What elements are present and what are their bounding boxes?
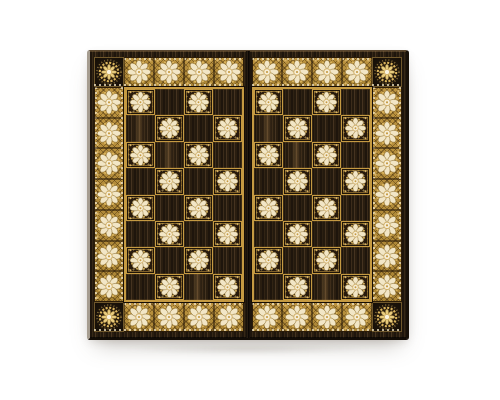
square-a2 xyxy=(126,247,155,273)
board-left-half xyxy=(90,51,246,338)
square-g2 xyxy=(312,247,341,273)
rosette-icon xyxy=(184,302,214,332)
square-g5 xyxy=(312,168,341,194)
board-right-half xyxy=(250,51,406,338)
square-d7 xyxy=(213,115,242,141)
rosette-icon xyxy=(126,89,155,115)
rosette-icon xyxy=(155,115,184,141)
square-f2 xyxy=(283,247,312,273)
square-h3 xyxy=(341,221,370,247)
border-rosette-cell xyxy=(342,57,372,87)
rosette-icon xyxy=(124,57,154,87)
rosette-icon xyxy=(184,142,213,168)
border-rosette-cell xyxy=(372,118,402,149)
rosette-icon xyxy=(252,57,282,87)
border-rosette-cell xyxy=(312,57,342,87)
border-rosette-cell xyxy=(94,118,124,149)
corner-medallion xyxy=(94,302,124,332)
rosette-icon xyxy=(252,302,282,332)
rosette-icon xyxy=(213,168,242,194)
rosette-icon xyxy=(94,148,124,179)
square-a8 xyxy=(126,89,155,115)
square-d3 xyxy=(213,221,242,247)
border-rosette-cell xyxy=(312,302,342,332)
sunburst-medallion-icon xyxy=(372,57,402,87)
border-rosette-cell xyxy=(94,271,124,302)
rosette-icon xyxy=(372,210,402,241)
square-f5 xyxy=(283,168,312,194)
rosette-icon xyxy=(213,274,242,300)
rosette-icon xyxy=(124,302,154,332)
square-d1 xyxy=(213,274,242,300)
rosette-icon xyxy=(126,142,155,168)
square-h5 xyxy=(341,168,370,194)
square-b2 xyxy=(155,247,184,273)
square-g3 xyxy=(312,221,341,247)
ornament-border-bside xyxy=(94,87,124,302)
border-rosette-cell xyxy=(94,210,124,241)
square-h4 xyxy=(341,195,370,221)
square-a4 xyxy=(126,195,155,221)
rosette-icon xyxy=(282,302,312,332)
border-rosette-cell xyxy=(252,302,282,332)
rosette-icon xyxy=(94,241,124,272)
border-rosette-cell xyxy=(282,302,312,332)
chessboard-quadrant-frame xyxy=(252,87,372,302)
square-c8 xyxy=(184,89,213,115)
square-h7 xyxy=(341,115,370,141)
rosette-icon xyxy=(254,89,283,115)
square-b4 xyxy=(155,195,184,221)
rosette-icon xyxy=(342,57,372,87)
corner-medallion xyxy=(372,302,402,332)
square-c5 xyxy=(184,168,213,194)
square-e8 xyxy=(254,89,283,115)
ornament-border-bbottom xyxy=(94,302,244,332)
rosette-icon xyxy=(312,89,341,115)
rosette-icon xyxy=(254,247,283,273)
corner-medallion xyxy=(94,57,124,87)
border-rosette-cell xyxy=(372,179,402,210)
square-e3 xyxy=(254,221,283,247)
square-f6 xyxy=(283,142,312,168)
square-g1 xyxy=(312,274,341,300)
border-rosette-cell xyxy=(372,210,402,241)
square-e1 xyxy=(254,274,283,300)
border-rosette-cell xyxy=(372,241,402,272)
square-c6 xyxy=(184,142,213,168)
rosette-icon xyxy=(312,142,341,168)
rosette-icon xyxy=(341,115,370,141)
border-rosette-cell xyxy=(372,87,402,118)
square-f1 xyxy=(283,274,312,300)
border-rosette-cell xyxy=(282,57,312,87)
square-h8 xyxy=(341,89,370,115)
sunburst-medallion-icon xyxy=(372,302,402,332)
sunburst-medallion-icon xyxy=(94,302,124,332)
square-a1 xyxy=(126,274,155,300)
square-d5 xyxy=(213,168,242,194)
rosette-icon xyxy=(283,168,312,194)
ornament-border-bside xyxy=(372,87,402,302)
rosette-icon xyxy=(283,274,312,300)
rosette-icon xyxy=(312,247,341,273)
rosette-icon xyxy=(94,179,124,210)
border-rosette-cell xyxy=(184,302,214,332)
rosette-icon xyxy=(155,168,184,194)
rosette-icon xyxy=(184,247,213,273)
border-rosette-cell xyxy=(94,148,124,179)
square-b1 xyxy=(155,274,184,300)
border-rosette-cell xyxy=(372,271,402,302)
square-e5 xyxy=(254,168,283,194)
border-rosette-cell xyxy=(154,302,184,332)
square-e2 xyxy=(254,247,283,273)
rosette-icon xyxy=(341,274,370,300)
border-rosette-cell xyxy=(94,179,124,210)
square-c2 xyxy=(184,247,213,273)
product-photo-scene xyxy=(0,0,500,400)
square-b8 xyxy=(155,89,184,115)
square-d8 xyxy=(213,89,242,115)
rosette-icon xyxy=(126,195,155,221)
rosette-icon xyxy=(254,142,283,168)
rosette-icon xyxy=(372,179,402,210)
border-rosette-cell xyxy=(342,302,372,332)
rosette-icon xyxy=(154,302,184,332)
square-g8 xyxy=(312,89,341,115)
rosette-icon xyxy=(341,168,370,194)
rosette-icon xyxy=(283,221,312,247)
border-rosette-cell xyxy=(124,302,154,332)
chessboard-grid-right xyxy=(254,89,370,300)
rosette-icon xyxy=(184,89,213,115)
chessboard-grid-left xyxy=(126,89,242,300)
rosette-icon xyxy=(283,115,312,141)
square-c3 xyxy=(184,221,213,247)
square-c1 xyxy=(184,274,213,300)
square-b5 xyxy=(155,168,184,194)
square-b6 xyxy=(155,142,184,168)
rosette-icon xyxy=(126,247,155,273)
rosette-icon xyxy=(154,57,184,87)
ornament-border-btop xyxy=(252,57,402,87)
rosette-icon xyxy=(372,87,402,118)
border-rosette-cell xyxy=(214,57,244,87)
square-a7 xyxy=(126,115,155,141)
rosette-icon xyxy=(342,302,372,332)
square-a6 xyxy=(126,142,155,168)
rosette-icon xyxy=(372,118,402,149)
border-rosette-cell xyxy=(252,57,282,87)
rosette-icon xyxy=(214,57,244,87)
rosette-icon xyxy=(372,271,402,302)
rosette-icon xyxy=(94,87,124,118)
square-g6 xyxy=(312,142,341,168)
rosette-icon xyxy=(312,195,341,221)
rosette-icon xyxy=(155,221,184,247)
ornament-border-btop xyxy=(94,57,244,87)
square-g7 xyxy=(312,115,341,141)
ornament-border-bbottom xyxy=(252,302,402,332)
rosette-icon xyxy=(254,195,283,221)
rosette-icon xyxy=(372,241,402,272)
square-b7 xyxy=(155,115,184,141)
border-rosette-cell xyxy=(214,302,244,332)
rosette-icon xyxy=(184,57,214,87)
square-d6 xyxy=(213,142,242,168)
rosette-icon xyxy=(155,274,184,300)
square-h1 xyxy=(341,274,370,300)
square-f4 xyxy=(283,195,312,221)
rosette-icon xyxy=(312,302,342,332)
rosette-icon xyxy=(341,221,370,247)
rosette-icon xyxy=(213,221,242,247)
square-d2 xyxy=(213,247,242,273)
sunburst-medallion-icon xyxy=(94,57,124,87)
corner-medallion xyxy=(372,57,402,87)
border-rosette-cell xyxy=(154,57,184,87)
rosette-icon xyxy=(214,302,244,332)
border-rosette-cell xyxy=(124,57,154,87)
rosette-icon xyxy=(282,57,312,87)
square-h2 xyxy=(341,247,370,273)
border-rosette-cell xyxy=(184,57,214,87)
rosette-icon xyxy=(372,148,402,179)
folding-chessboard xyxy=(87,50,409,340)
rosette-icon xyxy=(312,57,342,87)
rosette-icon xyxy=(213,115,242,141)
rosette-icon xyxy=(184,195,213,221)
square-f8 xyxy=(283,89,312,115)
square-c4 xyxy=(184,195,213,221)
square-c7 xyxy=(184,115,213,141)
square-b3 xyxy=(155,221,184,247)
square-f3 xyxy=(283,221,312,247)
rosette-icon xyxy=(94,210,124,241)
square-e4 xyxy=(254,195,283,221)
border-rosette-cell xyxy=(94,241,124,272)
chessboard-quadrant-frame xyxy=(124,87,244,302)
square-f7 xyxy=(283,115,312,141)
square-e6 xyxy=(254,142,283,168)
square-a5 xyxy=(126,168,155,194)
square-a3 xyxy=(126,221,155,247)
rosette-icon xyxy=(94,271,124,302)
square-e7 xyxy=(254,115,283,141)
rosette-icon xyxy=(94,118,124,149)
square-h6 xyxy=(341,142,370,168)
border-rosette-cell xyxy=(372,148,402,179)
square-d4 xyxy=(213,195,242,221)
border-rosette-cell xyxy=(94,87,124,118)
square-g4 xyxy=(312,195,341,221)
